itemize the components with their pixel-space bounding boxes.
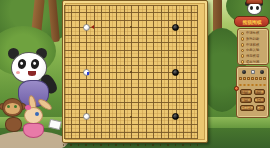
panda-avatar [245, 0, 267, 17]
grid-line-v [138, 5, 139, 139]
tray-button-3-1[interactable]: 保存棋谱 [240, 105, 254, 111]
tray-button-3-2[interactable]: 退出 [256, 105, 265, 111]
tray-button-label: 第一手 [241, 99, 250, 102]
grid-line-v [146, 5, 147, 139]
grid-line-v [168, 5, 169, 139]
tray-button-row: 保存棋谱退出 [239, 104, 266, 112]
square-button[interactable] [251, 77, 254, 80]
menu-item-label: 保存棋谱 [246, 54, 259, 57]
rabbit-mascot [20, 99, 64, 147]
menu-item-label: 形势判断 [246, 37, 259, 40]
grid-line-h [64, 94, 198, 95]
coordinate-marks [63, 144, 207, 147]
last-move-marker [87, 72, 90, 75]
tray-button-row: 上一步下一步 [239, 88, 266, 96]
coordinate-mark [123, 144, 124, 146]
coordinate-mark [130, 144, 131, 146]
coordinate-mark [167, 144, 168, 146]
coordinate-mark [145, 144, 146, 146]
tray-button-label: 保存棋谱 [241, 107, 253, 110]
tray-button-label: 下一步 [255, 91, 264, 94]
dot-button[interactable] [255, 84, 257, 86]
title-banner: 熊猫围棋 [234, 16, 269, 27]
coordinate-mark [100, 144, 101, 146]
star-point [130, 116, 132, 118]
black-stone-icon[interactable] [260, 70, 264, 74]
menu-item-icon [241, 54, 245, 58]
tray-button-1-1[interactable]: 上一步 [240, 89, 252, 95]
coordinate-mark [190, 144, 191, 146]
stone-black-q4 [172, 113, 179, 120]
dot-button[interactable] [239, 84, 241, 86]
game-screen: 熊猫围棋 申请悔棋形势判断申请和棋中盘认输保存棋谱退出对局 上一步下一步第一手最… [0, 0, 270, 148]
grid-line-h [64, 109, 198, 110]
menu-item-6[interactable]: 退出对局 [241, 59, 269, 65]
grid-line-v [197, 5, 198, 139]
coordinate-mark [78, 144, 79, 146]
board-grid[interactable] [64, 5, 198, 139]
title-banner-label: 熊猫围棋 [242, 19, 261, 24]
menu-item-label: 申请和棋 [246, 43, 259, 46]
grid-line-h [64, 102, 198, 103]
coordinate-mark [137, 144, 138, 146]
tray-button-row: 第一手最后手 [239, 96, 266, 104]
dot-button[interactable] [243, 84, 245, 86]
menu-item-label: 申请悔棋 [246, 32, 259, 35]
grid-line-v [153, 5, 154, 139]
menu-item-label: 退出对局 [246, 60, 259, 63]
square-button[interactable] [259, 77, 262, 80]
tray-square-row [239, 75, 266, 82]
coordinate-mark [108, 144, 109, 146]
coordinate-mark [85, 144, 86, 146]
star-point [130, 71, 132, 73]
dot-button[interactable] [263, 84, 265, 86]
game-menu: 申请悔棋形势判断申请和棋中盘认输保存棋谱退出对局 [237, 28, 269, 65]
tray-button-label: 上一步 [241, 91, 250, 94]
coordinate-mark [197, 144, 198, 146]
stone-black-q16 [172, 24, 179, 31]
pointer-marker [91, 25, 94, 29]
stone-white-d16 [83, 24, 90, 31]
grid-line-v [191, 5, 192, 139]
tray-button-2-1[interactable]: 第一手 [240, 97, 252, 103]
square-button[interactable] [239, 77, 242, 80]
book [48, 119, 62, 131]
hat-icon [246, 0, 263, 4]
tray-button-label: 最后手 [255, 99, 264, 102]
menu-item-icon [241, 32, 245, 36]
menu-item-icon [241, 60, 245, 64]
coordinate-mark [115, 144, 116, 146]
go-board[interactable] [62, 0, 208, 143]
black-stone-icon[interactable] [242, 70, 246, 74]
coordinate-mark [93, 144, 94, 146]
grid-line-v [161, 5, 162, 139]
tray-button-1-2[interactable]: 下一步 [254, 89, 266, 95]
stone-black-q10 [172, 69, 179, 76]
control-tray: 上一步下一步第一手最后手保存棋谱退出 [236, 66, 269, 118]
grid-line-h [64, 79, 198, 80]
dot-button[interactable] [259, 84, 261, 86]
dot-button[interactable] [247, 84, 249, 86]
dot-button[interactable] [251, 84, 253, 86]
coordinate-mark [175, 144, 176, 146]
menu-item-label: 中盘认输 [246, 49, 259, 52]
stone-white-d4 [83, 113, 90, 120]
tray-button-2-2[interactable]: 最后手 [254, 97, 266, 103]
grid-line-v [183, 5, 184, 139]
grid-line-h [64, 132, 198, 133]
white-stone-icon[interactable] [251, 70, 255, 74]
menu-item-icon [241, 43, 245, 47]
coordinate-mark [160, 144, 161, 146]
square-button[interactable] [243, 77, 246, 80]
square-button[interactable] [247, 77, 250, 80]
coordinate-mark [152, 144, 153, 146]
coordinate-mark [182, 144, 183, 146]
grid-line-h [64, 124, 198, 125]
coordinate-mark [70, 144, 71, 146]
grid-line-h [64, 138, 198, 139]
grid-line-h [64, 87, 198, 88]
square-button[interactable] [255, 77, 258, 80]
square-button[interactable] [263, 77, 266, 80]
menu-item-icon [241, 37, 245, 41]
tray-button-label: 退出 [257, 107, 263, 110]
menu-item-icon [241, 49, 245, 53]
